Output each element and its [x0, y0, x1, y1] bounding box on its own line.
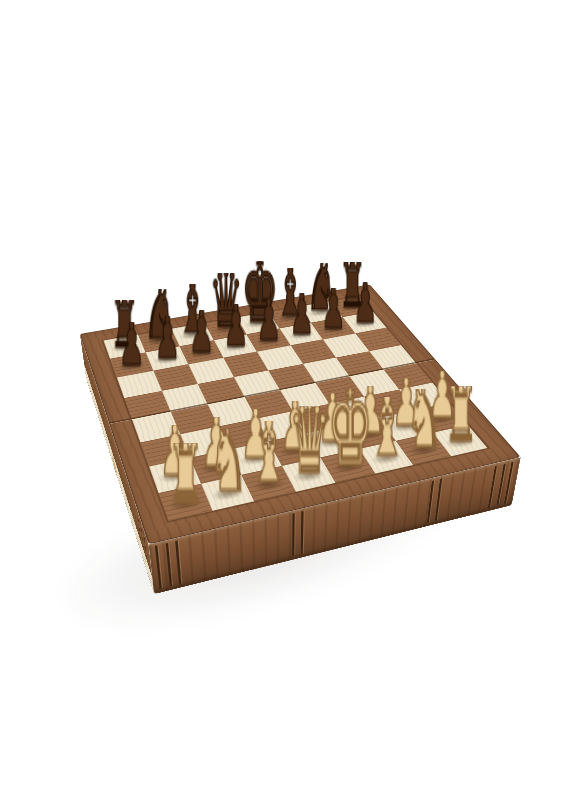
square-a5	[124, 391, 170, 420]
binding-groove	[504, 461, 514, 504]
piece-white-rook: ♜	[440, 386, 480, 441]
binding-groove	[176, 540, 182, 584]
binding-groove	[488, 465, 497, 508]
binding-groove	[301, 511, 304, 555]
binding-groove	[155, 545, 162, 589]
piece-black-rook: ♜	[107, 299, 142, 347]
piece-black-queen: ♛	[209, 273, 243, 329]
product-photo: ♜♞♝♛♚♝♞♜♟♟♟♟♟♟♟♟♟♟♟♟♟♟♟♟♜♞♝♛♚♝♞♜	[0, 0, 587, 800]
piece-black-rook: ♜	[335, 262, 368, 307]
chess-board-box: ♜♞♝♛♚♝♞♜♟♟♟♟♟♟♟♟♟♟♟♟♟♟♟♟♜♞♝♛♚♝♞♜	[80, 284, 521, 544]
chess-set-scene: ♜♞♝♛♚♝♞♜♟♟♟♟♟♟♟♟♟♟♟♟♟♟♟♟♜♞♝♛♚♝♞♜	[108, 218, 452, 562]
binding-groove	[165, 543, 171, 587]
binding-groove	[292, 513, 295, 557]
piece-black-knight: ♞	[142, 290, 177, 342]
piece-black-bishop: ♝	[175, 284, 209, 335]
binding-groove	[435, 478, 442, 521]
binding-groove	[426, 480, 433, 523]
